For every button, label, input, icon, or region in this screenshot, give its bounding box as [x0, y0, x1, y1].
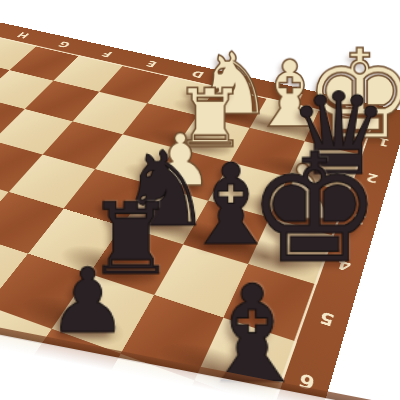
black-pawn-c6[interactable]: ♟	[48, 263, 126, 339]
board-photo-scene: HGFEDCBA♞♝♚1♜♛2♟♟3♞♝♚4♜5♟♝678	[0, 0, 400, 400]
black-bishop-b4[interactable]: ♝	[181, 158, 250, 253]
black-king-a4[interactable]: ♚	[247, 145, 318, 273]
